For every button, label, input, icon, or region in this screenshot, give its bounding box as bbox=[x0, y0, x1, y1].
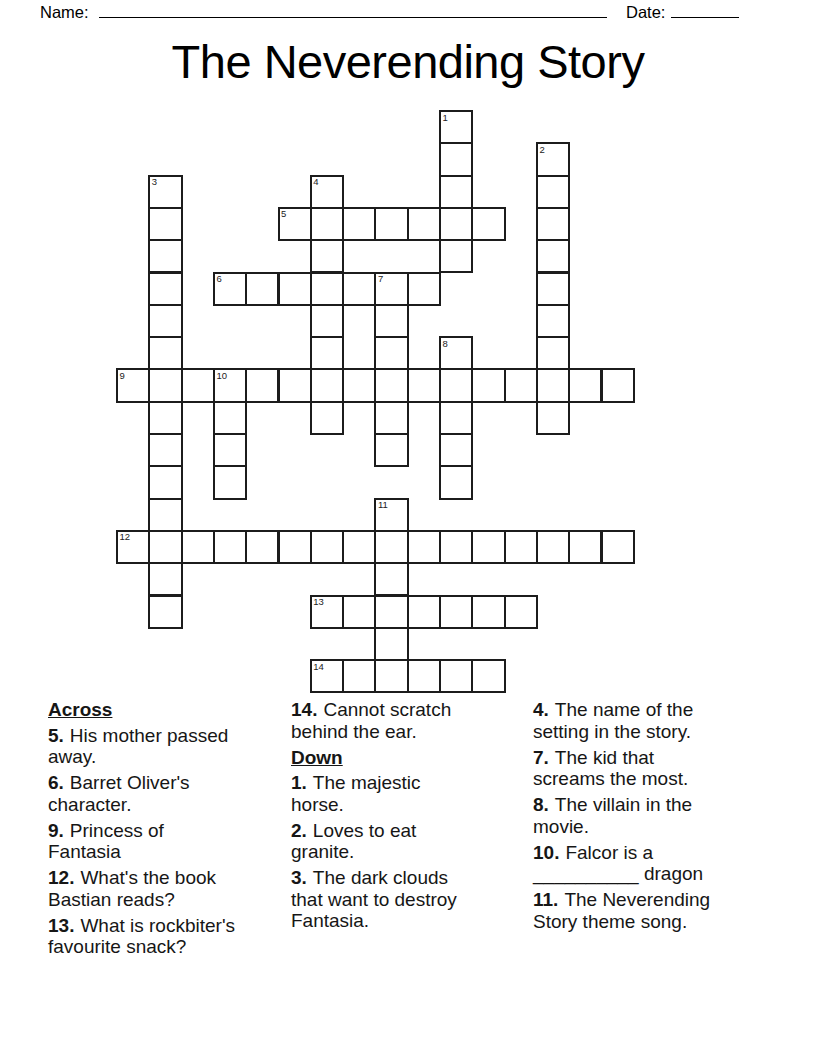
grid-cell[interactable] bbox=[310, 304, 344, 338]
grid-cell[interactable] bbox=[439, 595, 473, 629]
grid-cell[interactable] bbox=[342, 659, 376, 693]
grid-cell[interactable] bbox=[439, 465, 473, 499]
clue-text: The Neverending Story theme song. bbox=[533, 889, 710, 932]
across-clue-14: 14.Cannot scratch behind the ear. bbox=[291, 699, 527, 742]
grid-cell[interactable] bbox=[310, 368, 344, 402]
across-clue-5: 5.His mother passed away. bbox=[48, 725, 284, 768]
grid-cell[interactable] bbox=[245, 530, 279, 564]
down-clue-4: 4.The name of the setting in the story. bbox=[533, 699, 769, 742]
grid-clue-number: 12 bbox=[120, 532, 131, 542]
grid-cell[interactable] bbox=[148, 465, 182, 499]
grid-cell[interactable] bbox=[213, 401, 247, 435]
grid-cell[interactable] bbox=[181, 530, 215, 564]
clues-column-2: 14.Cannot scratch behind the ear. Down 1… bbox=[291, 699, 527, 936]
grid-cell[interactable] bbox=[407, 595, 441, 629]
grid-cell[interactable] bbox=[471, 530, 505, 564]
grid-cell[interactable] bbox=[310, 272, 344, 306]
grid-cell[interactable] bbox=[374, 401, 408, 435]
date-blank-line[interactable] bbox=[671, 0, 739, 18]
clue-text: The villain in the movie. bbox=[533, 794, 692, 837]
grid-cell[interactable] bbox=[504, 595, 538, 629]
grid-cell[interactable] bbox=[439, 368, 473, 402]
grid-cell[interactable] bbox=[278, 368, 312, 402]
grid-clue-number: 3 bbox=[152, 177, 157, 187]
grid-cell[interactable] bbox=[471, 207, 505, 241]
grid-cell[interactable] bbox=[439, 175, 473, 209]
grid-cell[interactable] bbox=[471, 368, 505, 402]
grid-clue-number: 8 bbox=[443, 339, 448, 349]
down-clue-11: 11.The Neverending Story theme song. bbox=[533, 889, 769, 932]
grid-cell[interactable] bbox=[148, 272, 182, 306]
grid-cell[interactable] bbox=[310, 239, 344, 273]
grid-cell[interactable] bbox=[374, 433, 408, 467]
across-clues-group-1: 5.His mother passed away.6.Barret Oliver… bbox=[48, 725, 284, 958]
grid-cell[interactable] bbox=[407, 530, 441, 564]
grid-cell[interactable] bbox=[181, 368, 215, 402]
grid-cell[interactable] bbox=[471, 595, 505, 629]
grid-cell[interactable] bbox=[310, 401, 344, 435]
clues-column-3: 4.The name of the setting in the story.7… bbox=[533, 699, 769, 937]
clue-text: The majestic horse. bbox=[291, 772, 421, 815]
grid-cell[interactable] bbox=[148, 595, 182, 629]
grid-cell[interactable] bbox=[407, 272, 441, 306]
grid-cell[interactable] bbox=[568, 368, 602, 402]
grid-cell[interactable] bbox=[245, 272, 279, 306]
grid-cell[interactable] bbox=[148, 368, 182, 402]
grid-cell[interactable] bbox=[213, 530, 247, 564]
clue-text: What is rockbiter's favourite snack? bbox=[48, 915, 235, 958]
grid-clue-number: 10 bbox=[216, 371, 227, 381]
date-label: Date: bbox=[626, 3, 665, 21]
grid-cell[interactable] bbox=[439, 433, 473, 467]
crossword-grid: 1234567891011121314 bbox=[117, 111, 637, 695]
grid-cell[interactable] bbox=[374, 562, 408, 596]
across-clues-group-2: 14.Cannot scratch behind the ear. bbox=[291, 699, 527, 742]
grid-clue-number: 5 bbox=[281, 209, 286, 219]
grid-clue-number: 11 bbox=[378, 500, 388, 510]
grid-cell[interactable] bbox=[374, 336, 408, 370]
grid-cell[interactable] bbox=[374, 368, 408, 402]
clue-number-label: 5. bbox=[48, 725, 64, 746]
grid-cell[interactable] bbox=[439, 530, 473, 564]
clue-number-label: 10. bbox=[533, 842, 559, 863]
grid-cell[interactable] bbox=[310, 530, 344, 564]
grid-cell[interactable] bbox=[536, 239, 570, 273]
clue-text: The name of the setting in the story. bbox=[533, 699, 693, 742]
clue-number-label: 13. bbox=[48, 915, 74, 936]
grid-cell[interactable] bbox=[148, 401, 182, 435]
grid-cell[interactable] bbox=[342, 595, 376, 629]
grid-cell[interactable] bbox=[407, 207, 441, 241]
name-blank-line[interactable] bbox=[99, 0, 607, 18]
across-clue-9: 9.Princess of Fantasia bbox=[48, 820, 284, 863]
grid-cell[interactable] bbox=[536, 175, 570, 209]
down-clues-group-1: 1.The majestic horse.2.Loves to eat gran… bbox=[291, 772, 527, 932]
grid-cell[interactable] bbox=[374, 207, 408, 241]
name-label: Name: bbox=[40, 3, 89, 21]
grid-cell[interactable] bbox=[536, 401, 570, 435]
grid-cell[interactable] bbox=[439, 239, 473, 273]
clue-text: Princess of Fantasia bbox=[48, 820, 164, 863]
down-clue-1: 1.The majestic horse. bbox=[291, 772, 527, 815]
down-heading: Down bbox=[291, 747, 527, 769]
grid-cell[interactable] bbox=[148, 498, 182, 532]
grid-cell[interactable] bbox=[148, 239, 182, 273]
grid-clue-number: 6 bbox=[216, 274, 221, 284]
grid-cell[interactable] bbox=[374, 595, 408, 629]
across-clue-6: 6.Barret Oliver's character. bbox=[48, 772, 284, 815]
down-clue-10: 10.Falcor is a __________ dragon bbox=[533, 842, 769, 885]
grid-clue-number: 1 bbox=[443, 113, 448, 123]
clue-text: Loves to eat granite. bbox=[291, 820, 416, 863]
clue-number-label: 12. bbox=[48, 867, 74, 888]
grid-cell[interactable] bbox=[148, 207, 182, 241]
grid-cell[interactable] bbox=[245, 368, 279, 402]
clues-column-1: Across 5.His mother passed away.6.Barret… bbox=[48, 699, 284, 962]
grid-cell[interactable] bbox=[374, 627, 408, 661]
clue-text: Barret Oliver's character. bbox=[48, 772, 190, 815]
puzzle-title: The Neverending Story bbox=[0, 36, 816, 88]
grid-cell[interactable] bbox=[504, 368, 538, 402]
clue-number-label: 8. bbox=[533, 794, 549, 815]
grid-cell[interactable] bbox=[536, 304, 570, 338]
clue-number-label: 9. bbox=[48, 820, 64, 841]
across-clue-12: 12.What's the book Bastian reads? bbox=[48, 867, 284, 910]
clue-text: His mother passed away. bbox=[48, 725, 228, 768]
grid-cell[interactable] bbox=[148, 562, 182, 596]
grid-cell[interactable] bbox=[148, 336, 182, 370]
grid-cell[interactable] bbox=[439, 659, 473, 693]
grid-clue-number: 2 bbox=[539, 145, 544, 155]
grid-cell[interactable] bbox=[374, 304, 408, 338]
clue-number-label: 1. bbox=[291, 772, 307, 793]
grid-cell[interactable] bbox=[439, 142, 473, 176]
down-clue-2: 2.Loves to eat granite. bbox=[291, 820, 527, 863]
grid-cell[interactable] bbox=[278, 272, 312, 306]
grid-cell[interactable] bbox=[407, 659, 441, 693]
grid-cell[interactable] bbox=[310, 336, 344, 370]
grid-cell[interactable] bbox=[601, 368, 635, 402]
grid-cell[interactable] bbox=[374, 530, 408, 564]
grid-cell[interactable] bbox=[278, 530, 312, 564]
grid-cell[interactable] bbox=[536, 272, 570, 306]
grid-cell[interactable] bbox=[536, 368, 570, 402]
grid-cell[interactable] bbox=[213, 465, 247, 499]
grid-cell[interactable] bbox=[342, 272, 376, 306]
clue-number-label: 6. bbox=[48, 772, 64, 793]
grid-cell[interactable] bbox=[310, 207, 344, 241]
grid-cell[interactable] bbox=[601, 530, 635, 564]
grid-clue-number: 14 bbox=[313, 662, 324, 672]
grid-clue-number: 13 bbox=[313, 597, 324, 607]
grid-cell[interactable] bbox=[342, 207, 376, 241]
across-clue-13: 13.What is rockbiter's favourite snack? bbox=[48, 915, 284, 958]
clue-number-label: 11. bbox=[533, 889, 558, 910]
grid-cell[interactable] bbox=[439, 207, 473, 241]
clue-text: The dark clouds that want to destroy Fan… bbox=[291, 867, 457, 931]
grid-cell[interactable] bbox=[148, 304, 182, 338]
grid-clue-number: 7 bbox=[378, 274, 383, 284]
worksheet-page: Name: Date: The Neverending Story 123456… bbox=[0, 0, 816, 1056]
grid-cell[interactable] bbox=[374, 659, 408, 693]
grid-cell[interactable] bbox=[471, 659, 505, 693]
grid-cell[interactable] bbox=[213, 433, 247, 467]
grid-cell[interactable] bbox=[148, 433, 182, 467]
clue-number-label: 7. bbox=[533, 747, 549, 768]
down-clue-8: 8.The villain in the movie. bbox=[533, 794, 769, 837]
grid-cell[interactable] bbox=[342, 530, 376, 564]
grid-cell[interactable] bbox=[568, 530, 602, 564]
clue-number-label: 2. bbox=[291, 820, 307, 841]
across-heading: Across bbox=[48, 699, 284, 721]
grid-cell[interactable] bbox=[407, 368, 441, 402]
grid-cell[interactable] bbox=[504, 530, 538, 564]
grid-clue-number: 4 bbox=[313, 177, 318, 187]
clue-number-label: 3. bbox=[291, 867, 307, 888]
grid-cell[interactable] bbox=[536, 207, 570, 241]
grid-cell[interactable] bbox=[148, 530, 182, 564]
clue-number-label: 14. bbox=[291, 699, 317, 720]
down-clue-7: 7.The kid that screams the most. bbox=[533, 747, 769, 790]
grid-cell[interactable] bbox=[342, 368, 376, 402]
clue-number-label: 4. bbox=[533, 699, 549, 720]
grid-cell[interactable] bbox=[536, 336, 570, 370]
grid-clue-number: 9 bbox=[120, 371, 125, 381]
down-clues-group-2: 4.The name of the setting in the story.7… bbox=[533, 699, 769, 932]
grid-cell[interactable] bbox=[439, 401, 473, 435]
grid-cell[interactable] bbox=[536, 530, 570, 564]
down-clue-3: 3.The dark clouds that want to destroy F… bbox=[291, 867, 527, 932]
clue-text: The kid that screams the most. bbox=[533, 747, 688, 790]
